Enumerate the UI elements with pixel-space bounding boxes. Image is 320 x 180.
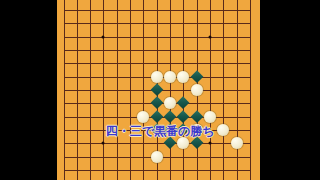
app-window: 四・三で黒番の勝ち bbox=[0, 0, 320, 180]
black-stone bbox=[150, 83, 163, 96]
black-stone bbox=[164, 137, 177, 150]
white-stone bbox=[151, 71, 163, 83]
grid-line bbox=[210, 0, 211, 180]
star-point bbox=[209, 142, 212, 145]
black-stone bbox=[190, 110, 203, 123]
white-stone bbox=[177, 71, 189, 83]
black-stone bbox=[177, 97, 190, 110]
white-stone bbox=[177, 137, 189, 149]
black-stone bbox=[150, 110, 163, 123]
black-stone bbox=[190, 70, 203, 83]
grid-line bbox=[183, 0, 184, 180]
black-stone bbox=[190, 137, 203, 150]
white-stone bbox=[217, 124, 229, 136]
grid-line bbox=[64, 170, 251, 171]
grid-line bbox=[237, 0, 238, 180]
renju-board[interactable] bbox=[57, 0, 260, 180]
star-point bbox=[209, 35, 212, 38]
result-text: 四・三で黒番の勝ち bbox=[106, 124, 215, 138]
white-stone bbox=[151, 151, 163, 163]
grid-line bbox=[64, 143, 251, 144]
grid-line bbox=[250, 0, 251, 180]
white-stone bbox=[191, 84, 203, 96]
black-stone bbox=[150, 97, 163, 110]
white-stone bbox=[231, 137, 243, 149]
black-stone bbox=[177, 110, 190, 123]
star-point bbox=[102, 142, 105, 145]
white-stone bbox=[137, 111, 149, 123]
black-stone bbox=[164, 110, 177, 123]
grid-line bbox=[223, 0, 224, 180]
grid-line bbox=[170, 0, 171, 180]
star-point bbox=[102, 35, 105, 38]
white-stone bbox=[204, 111, 216, 123]
white-stone bbox=[164, 71, 176, 83]
white-stone bbox=[164, 97, 176, 109]
